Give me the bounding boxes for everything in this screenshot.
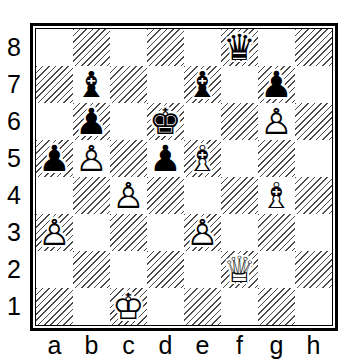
square-b4 <box>73 177 110 214</box>
piece-glyph: ♙ <box>36 214 73 251</box>
piece-glyph: ♝ <box>184 66 221 103</box>
rank-label-1: 1 <box>2 288 26 325</box>
square-b6: ♟♟ <box>73 103 110 140</box>
chess-diagram: 87654321 ♛♛♝♝♝♝♟♟♟♟♚♚♟♙♟♟♟♙♟♟♝♗♟♙♝♗♟♙♟♙♛… <box>0 0 360 360</box>
black-pawn: ♟♟ <box>36 140 73 177</box>
file-label-c: c <box>110 331 147 360</box>
piece-glyph: ♟ <box>258 66 295 103</box>
square-h1 <box>295 288 332 325</box>
square-b1 <box>73 288 110 325</box>
black-pawn: ♟♟ <box>73 103 110 140</box>
square-d2 <box>147 251 184 288</box>
piece-glyph: ♗ <box>258 177 295 214</box>
square-g1 <box>258 288 295 325</box>
rank-label-5: 5 <box>2 140 26 177</box>
square-d5: ♟♟ <box>147 140 184 177</box>
piece-glyph: ♙ <box>73 140 110 177</box>
square-c2 <box>110 251 147 288</box>
square-b2 <box>73 251 110 288</box>
square-e6 <box>184 103 221 140</box>
file-label-f: f <box>221 331 258 360</box>
white-pawn: ♟♙ <box>110 177 147 214</box>
white-pawn: ♟♙ <box>184 214 221 251</box>
square-f7 <box>221 66 258 103</box>
black-king: ♚♚ <box>147 103 184 140</box>
file-label-a: a <box>36 331 73 360</box>
square-a8 <box>36 29 73 66</box>
square-e2 <box>184 251 221 288</box>
square-a3: ♟♙ <box>36 214 73 251</box>
square-g8 <box>258 29 295 66</box>
square-h5 <box>295 140 332 177</box>
square-f5 <box>221 140 258 177</box>
rank-label-7: 7 <box>2 66 26 103</box>
square-c5 <box>110 140 147 177</box>
file-labels: abcdefgh <box>36 331 332 360</box>
square-f6 <box>221 103 258 140</box>
square-f3 <box>221 214 258 251</box>
piece-glyph: ♗ <box>184 140 221 177</box>
square-b3 <box>73 214 110 251</box>
piece-glyph: ♟ <box>73 103 110 140</box>
square-h8 <box>295 29 332 66</box>
rank-label-4: 4 <box>2 177 26 214</box>
square-g3 <box>258 214 295 251</box>
square-c3 <box>110 214 147 251</box>
square-h7 <box>295 66 332 103</box>
rank-label-2: 2 <box>2 251 26 288</box>
square-g4: ♝♗ <box>258 177 295 214</box>
file-label-e: e <box>184 331 221 360</box>
square-b7: ♝♝ <box>73 66 110 103</box>
piece-glyph: ♟ <box>36 140 73 177</box>
square-c4: ♟♙ <box>110 177 147 214</box>
white-bishop: ♝♗ <box>184 140 221 177</box>
square-d4 <box>147 177 184 214</box>
white-queen: ♛♕ <box>221 251 258 288</box>
square-f1 <box>221 288 258 325</box>
white-king: ♚♔ <box>110 288 147 325</box>
square-f2: ♛♕ <box>221 251 258 288</box>
square-h2 <box>295 251 332 288</box>
square-g5 <box>258 140 295 177</box>
piece-glyph: ♔ <box>110 288 147 325</box>
square-e4 <box>184 177 221 214</box>
square-d6: ♚♚ <box>147 103 184 140</box>
square-c1: ♚♔ <box>110 288 147 325</box>
white-pawn: ♟♙ <box>36 214 73 251</box>
file-label-d: d <box>147 331 184 360</box>
piece-glyph: ♙ <box>258 103 295 140</box>
square-a7 <box>36 66 73 103</box>
square-c8 <box>110 29 147 66</box>
white-bishop: ♝♗ <box>258 177 295 214</box>
square-h3 <box>295 214 332 251</box>
square-e8 <box>184 29 221 66</box>
black-bishop: ♝♝ <box>184 66 221 103</box>
square-a6 <box>36 103 73 140</box>
square-d1 <box>147 288 184 325</box>
piece-glyph: ♚ <box>147 103 184 140</box>
square-h6 <box>295 103 332 140</box>
piece-glyph: ♟ <box>147 140 184 177</box>
piece-glyph: ♕ <box>221 251 258 288</box>
square-f4 <box>221 177 258 214</box>
square-d7 <box>147 66 184 103</box>
piece-glyph: ♝ <box>73 66 110 103</box>
square-f8: ♛♛ <box>221 29 258 66</box>
piece-glyph: ♛ <box>221 29 258 66</box>
black-pawn: ♟♟ <box>258 66 295 103</box>
square-a1 <box>36 288 73 325</box>
square-e3: ♟♙ <box>184 214 221 251</box>
black-queen: ♛♛ <box>221 29 258 66</box>
square-g2 <box>258 251 295 288</box>
rank-label-6: 6 <box>2 103 26 140</box>
square-g7: ♟♟ <box>258 66 295 103</box>
piece-glyph: ♙ <box>110 177 147 214</box>
rank-label-3: 3 <box>2 214 26 251</box>
square-c7 <box>110 66 147 103</box>
square-e5: ♝♗ <box>184 140 221 177</box>
square-d3 <box>147 214 184 251</box>
square-a4 <box>36 177 73 214</box>
square-e1 <box>184 288 221 325</box>
black-bishop: ♝♝ <box>73 66 110 103</box>
square-g6: ♟♙ <box>258 103 295 140</box>
black-pawn: ♟♟ <box>147 140 184 177</box>
square-c6 <box>110 103 147 140</box>
file-label-b: b <box>73 331 110 360</box>
board-grid: ♛♛♝♝♝♝♟♟♟♟♚♚♟♙♟♟♟♙♟♟♝♗♟♙♝♗♟♙♟♙♛♕♚♔ <box>35 28 333 326</box>
square-b5: ♟♙ <box>73 140 110 177</box>
rank-labels: 87654321 <box>2 29 26 325</box>
square-a2 <box>36 251 73 288</box>
file-label-h: h <box>295 331 332 360</box>
file-label-g: g <box>258 331 295 360</box>
square-a5: ♟♟ <box>36 140 73 177</box>
white-pawn: ♟♙ <box>258 103 295 140</box>
rank-label-8: 8 <box>2 29 26 66</box>
square-h4 <box>295 177 332 214</box>
white-pawn: ♟♙ <box>73 140 110 177</box>
square-d8 <box>147 29 184 66</box>
piece-glyph: ♙ <box>184 214 221 251</box>
square-e7: ♝♝ <box>184 66 221 103</box>
chess-board: ♛♛♝♝♝♝♟♟♟♟♚♚♟♙♟♟♟♙♟♟♝♗♟♙♝♗♟♙♟♙♛♕♚♔ <box>30 23 338 331</box>
square-b8 <box>73 29 110 66</box>
